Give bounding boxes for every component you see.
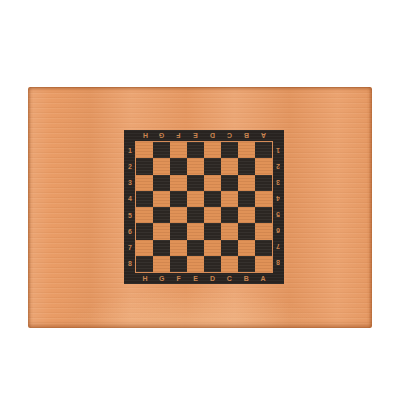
file-bottom-label-b: B bbox=[238, 272, 255, 284]
square-h5[interactable] bbox=[136, 207, 153, 223]
square-e2[interactable] bbox=[187, 158, 204, 174]
square-d4[interactable] bbox=[204, 191, 221, 207]
square-b3[interactable] bbox=[238, 175, 255, 191]
rank-right-label-2: 2 bbox=[272, 159, 284, 175]
square-c3[interactable] bbox=[221, 175, 238, 191]
square-g6[interactable] bbox=[153, 223, 170, 239]
rank-right-label-6: 6 bbox=[272, 223, 284, 239]
file-bottom-label-d: D bbox=[204, 272, 221, 284]
square-e5[interactable] bbox=[187, 207, 204, 223]
square-e7[interactable] bbox=[187, 240, 204, 256]
chessboard: HGFEDCBA 12345678 12345678 HGFEDCBA bbox=[124, 130, 284, 284]
square-f2[interactable] bbox=[170, 158, 187, 174]
file-labels-bottom: HGFEDCBA bbox=[137, 272, 272, 284]
square-f6[interactable] bbox=[170, 223, 187, 239]
square-d1[interactable] bbox=[204, 142, 221, 158]
rank-right-label-5: 5 bbox=[272, 207, 284, 223]
square-g2[interactable] bbox=[153, 158, 170, 174]
square-a2[interactable] bbox=[255, 158, 272, 174]
square-b8[interactable] bbox=[238, 256, 255, 272]
square-f7[interactable] bbox=[170, 240, 187, 256]
square-f5[interactable] bbox=[170, 207, 187, 223]
wooden-panel: HGFEDCBA 12345678 12345678 HGFEDCBA bbox=[28, 87, 372, 328]
square-g4[interactable] bbox=[153, 191, 170, 207]
square-c8[interactable] bbox=[221, 256, 238, 272]
square-g1[interactable] bbox=[153, 142, 170, 158]
file-bottom-label-h: H bbox=[137, 272, 154, 284]
square-a8[interactable] bbox=[255, 256, 272, 272]
square-h2[interactable] bbox=[136, 158, 153, 174]
square-f3[interactable] bbox=[170, 175, 187, 191]
file-bottom-label-f: F bbox=[170, 272, 187, 284]
square-e4[interactable] bbox=[187, 191, 204, 207]
square-b4[interactable] bbox=[238, 191, 255, 207]
rank-right-label-4: 4 bbox=[272, 191, 284, 207]
square-g7[interactable] bbox=[153, 240, 170, 256]
rank-right-label-3: 3 bbox=[272, 175, 284, 191]
rank-right-label-1: 1 bbox=[272, 143, 284, 159]
square-a6[interactable] bbox=[255, 223, 272, 239]
square-g3[interactable] bbox=[153, 175, 170, 191]
file-bottom-label-g: G bbox=[153, 272, 170, 284]
board-squares bbox=[135, 141, 273, 273]
file-bottom-label-e: E bbox=[187, 272, 204, 284]
square-a1[interactable] bbox=[255, 142, 272, 158]
square-c1[interactable] bbox=[221, 142, 238, 158]
square-c6[interactable] bbox=[221, 223, 238, 239]
square-h3[interactable] bbox=[136, 175, 153, 191]
square-c2[interactable] bbox=[221, 158, 238, 174]
file-bottom-label-c: C bbox=[221, 272, 238, 284]
square-h7[interactable] bbox=[136, 240, 153, 256]
square-g5[interactable] bbox=[153, 207, 170, 223]
square-h8[interactable] bbox=[136, 256, 153, 272]
square-b5[interactable] bbox=[238, 207, 255, 223]
square-e6[interactable] bbox=[187, 223, 204, 239]
square-b7[interactable] bbox=[238, 240, 255, 256]
square-e8[interactable] bbox=[187, 256, 204, 272]
square-c7[interactable] bbox=[221, 240, 238, 256]
rank-labels-right: 12345678 bbox=[272, 143, 284, 272]
square-h4[interactable] bbox=[136, 191, 153, 207]
square-b2[interactable] bbox=[238, 158, 255, 174]
square-d5[interactable] bbox=[204, 207, 221, 223]
file-bottom-label-a: A bbox=[255, 272, 272, 284]
square-d8[interactable] bbox=[204, 256, 221, 272]
square-d6[interactable] bbox=[204, 223, 221, 239]
square-f8[interactable] bbox=[170, 256, 187, 272]
square-d3[interactable] bbox=[204, 175, 221, 191]
square-b6[interactable] bbox=[238, 223, 255, 239]
rank-right-label-8: 8 bbox=[272, 255, 284, 271]
square-d7[interactable] bbox=[204, 240, 221, 256]
square-f4[interactable] bbox=[170, 191, 187, 207]
square-a4[interactable] bbox=[255, 191, 272, 207]
square-e1[interactable] bbox=[187, 142, 204, 158]
square-c4[interactable] bbox=[221, 191, 238, 207]
square-e3[interactable] bbox=[187, 175, 204, 191]
square-h1[interactable] bbox=[136, 142, 153, 158]
square-b1[interactable] bbox=[238, 142, 255, 158]
square-a3[interactable] bbox=[255, 175, 272, 191]
square-h6[interactable] bbox=[136, 223, 153, 239]
square-a5[interactable] bbox=[255, 207, 272, 223]
square-a7[interactable] bbox=[255, 240, 272, 256]
rank-right-label-7: 7 bbox=[272, 239, 284, 255]
square-c5[interactable] bbox=[221, 207, 238, 223]
square-d2[interactable] bbox=[204, 158, 221, 174]
square-f1[interactable] bbox=[170, 142, 187, 158]
square-g8[interactable] bbox=[153, 256, 170, 272]
